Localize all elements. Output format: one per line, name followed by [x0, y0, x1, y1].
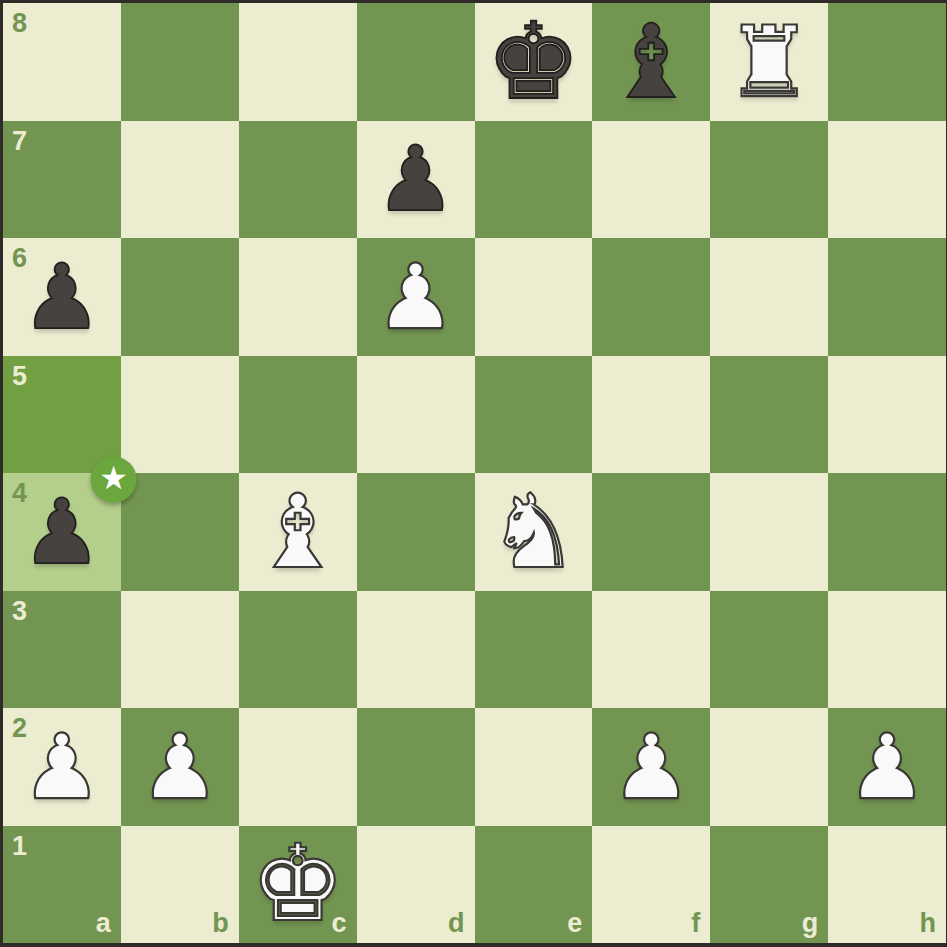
- square-h3[interactable]: [828, 591, 946, 709]
- square-g1[interactable]: g: [710, 826, 828, 944]
- white-pawn-h2[interactable]: ♟: [828, 708, 946, 826]
- square-c1[interactable]: c♚: [239, 826, 357, 944]
- square-h8[interactable]: [828, 3, 946, 121]
- square-d1[interactable]: d: [357, 826, 475, 944]
- square-b1[interactable]: b: [121, 826, 239, 944]
- square-g2[interactable]: [710, 708, 828, 826]
- square-a1[interactable]: 1a: [3, 826, 121, 944]
- square-a3[interactable]: 3: [3, 591, 121, 709]
- square-d7[interactable]: ♟: [357, 121, 475, 239]
- file-label-f: f: [691, 910, 700, 937]
- square-e7[interactable]: [475, 121, 593, 239]
- square-g6[interactable]: [710, 238, 828, 356]
- black-pawn-d7[interactable]: ♟: [357, 121, 475, 239]
- square-f1[interactable]: f: [592, 826, 710, 944]
- rank-label-8: 8: [12, 10, 27, 37]
- white-pawn-b2[interactable]: ♟: [121, 708, 239, 826]
- square-e1[interactable]: e: [475, 826, 593, 944]
- white-knight-e4[interactable]: ♞: [475, 473, 593, 591]
- file-label-b: b: [212, 910, 229, 937]
- rank-label-5: 5: [12, 363, 27, 390]
- white-pawn-a2[interactable]: ♟: [3, 708, 121, 826]
- square-f2[interactable]: ♟: [592, 708, 710, 826]
- square-b6[interactable]: [121, 238, 239, 356]
- white-pawn-f2[interactable]: ♟: [592, 708, 710, 826]
- square-e8[interactable]: ♚: [475, 3, 593, 121]
- square-e2[interactable]: [475, 708, 593, 826]
- square-a5[interactable]: 5: [3, 356, 121, 474]
- file-label-d: d: [448, 910, 465, 937]
- square-a6[interactable]: 6♟: [3, 238, 121, 356]
- square-b2[interactable]: ♟: [121, 708, 239, 826]
- file-label-g: g: [802, 910, 819, 937]
- file-label-e: e: [567, 910, 582, 937]
- square-g8[interactable]: ♜: [710, 3, 828, 121]
- square-b7[interactable]: [121, 121, 239, 239]
- square-h2[interactable]: ♟: [828, 708, 946, 826]
- black-bishop-f8[interactable]: ♝: [592, 3, 710, 121]
- square-a2[interactable]: 2♟: [3, 708, 121, 826]
- square-f5[interactable]: [592, 356, 710, 474]
- square-b8[interactable]: [121, 3, 239, 121]
- square-e4[interactable]: ♞: [475, 473, 593, 591]
- square-h4[interactable]: [828, 473, 946, 591]
- black-pawn-a6[interactable]: ♟: [3, 238, 121, 356]
- square-c3[interactable]: [239, 591, 357, 709]
- file-label-h: h: [920, 910, 937, 937]
- square-d3[interactable]: [357, 591, 475, 709]
- white-pawn-d6[interactable]: ♟: [357, 238, 475, 356]
- square-g3[interactable]: [710, 591, 828, 709]
- square-h1[interactable]: h: [828, 826, 946, 944]
- best-move-star: ★: [91, 456, 137, 502]
- black-king-e8[interactable]: ♚: [475, 3, 593, 121]
- square-a4[interactable]: 4♟★: [3, 473, 121, 591]
- square-d8[interactable]: [357, 3, 475, 121]
- white-king-c1[interactable]: ♚: [239, 826, 357, 944]
- square-c4[interactable]: ♝: [239, 473, 357, 591]
- square-c8[interactable]: [239, 3, 357, 121]
- square-b5[interactable]: [121, 356, 239, 474]
- square-f6[interactable]: [592, 238, 710, 356]
- square-g5[interactable]: [710, 356, 828, 474]
- board-frame: 8♚♝♜7♟6♟♟54♟★♝♞32♟♟♟♟1abc♚defgh: [0, 0, 947, 947]
- square-a7[interactable]: 7: [3, 121, 121, 239]
- rank-label-1: 1: [12, 833, 27, 860]
- square-f4[interactable]: [592, 473, 710, 591]
- rank-label-3: 3: [12, 598, 27, 625]
- white-rook-g8[interactable]: ♜: [710, 3, 828, 121]
- square-g4[interactable]: [710, 473, 828, 591]
- square-f8[interactable]: ♝: [592, 3, 710, 121]
- square-e5[interactable]: [475, 356, 593, 474]
- square-h6[interactable]: [828, 238, 946, 356]
- square-c6[interactable]: [239, 238, 357, 356]
- square-f3[interactable]: [592, 591, 710, 709]
- white-bishop-c4[interactable]: ♝: [239, 473, 357, 591]
- rank-label-7: 7: [12, 128, 27, 155]
- square-d6[interactable]: ♟: [357, 238, 475, 356]
- square-d2[interactable]: [357, 708, 475, 826]
- square-c2[interactable]: [239, 708, 357, 826]
- square-e3[interactable]: [475, 591, 593, 709]
- square-g7[interactable]: [710, 121, 828, 239]
- square-c7[interactable]: [239, 121, 357, 239]
- star-glyph: ★: [99, 462, 128, 494]
- square-b4[interactable]: [121, 473, 239, 591]
- file-label-a: a: [96, 910, 111, 937]
- square-e6[interactable]: [475, 238, 593, 356]
- square-f7[interactable]: [592, 121, 710, 239]
- square-c5[interactable]: [239, 356, 357, 474]
- square-d4[interactable]: [357, 473, 475, 591]
- square-a8[interactable]: 8: [3, 3, 121, 121]
- square-b3[interactable]: [121, 591, 239, 709]
- chess-board: 8♚♝♜7♟6♟♟54♟★♝♞32♟♟♟♟1abc♚defgh: [3, 3, 946, 943]
- square-h7[interactable]: [828, 121, 946, 239]
- square-d5[interactable]: [357, 356, 475, 474]
- square-h5[interactable]: [828, 356, 946, 474]
